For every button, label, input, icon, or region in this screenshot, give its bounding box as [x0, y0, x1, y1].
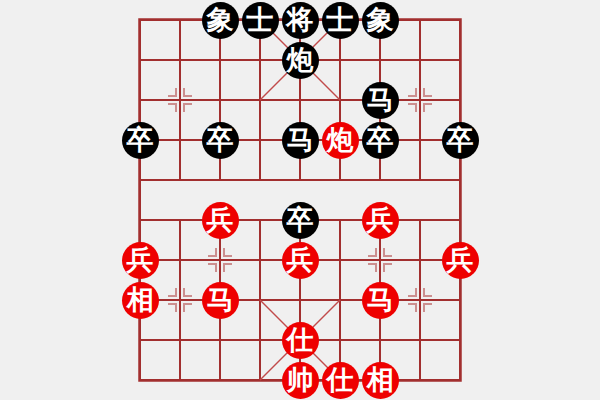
piece-glyph: 士 [247, 7, 274, 34]
piece-red-soldier[interactable]: 兵 [282, 242, 319, 279]
piece-black-cannon[interactable]: 炮 [282, 42, 319, 79]
piece-glyph: 卒 [367, 127, 394, 154]
piece-glyph: 兵 [447, 247, 474, 274]
piece-red-advisor[interactable]: 仕 [282, 322, 319, 359]
piece-black-horse[interactable]: 马 [282, 122, 319, 159]
piece-red-soldier[interactable]: 兵 [122, 242, 159, 279]
piece-glyph: 象 [367, 7, 394, 34]
piece-glyph: 马 [207, 287, 234, 314]
piece-red-horse[interactable]: 马 [362, 282, 399, 319]
piece-red-soldier[interactable]: 兵 [202, 202, 239, 239]
piece-red-elephant[interactable]: 相 [362, 362, 399, 399]
piece-glyph: 相 [127, 287, 154, 314]
piece-glyph: 仕 [287, 327, 314, 354]
piece-glyph: 卒 [447, 127, 474, 154]
piece-black-soldier[interactable]: 卒 [442, 122, 479, 159]
piece-glyph: 卒 [287, 207, 314, 234]
piece-glyph: 兵 [207, 207, 234, 234]
pieces-layer: 象士将士象炮马卒卒马炮卒卒兵卒兵兵兵兵相马马仕帅仕相 [120, 0, 480, 400]
piece-glyph: 象 [207, 7, 234, 34]
piece-black-general[interactable]: 将 [282, 2, 319, 39]
piece-glyph: 马 [367, 87, 394, 114]
piece-black-elephant[interactable]: 象 [362, 2, 399, 39]
xiangqi-board: 象士将士象炮马卒卒马炮卒卒兵卒兵兵兵兵相马马仕帅仕相 [0, 0, 600, 400]
piece-black-soldier[interactable]: 卒 [282, 202, 319, 239]
piece-glyph: 炮 [327, 127, 354, 154]
piece-glyph: 兵 [127, 247, 154, 274]
piece-red-general[interactable]: 帅 [282, 362, 319, 399]
piece-glyph: 士 [327, 7, 354, 34]
piece-black-soldier[interactable]: 卒 [202, 122, 239, 159]
piece-glyph: 将 [287, 7, 314, 34]
piece-red-horse[interactable]: 马 [202, 282, 239, 319]
piece-glyph: 帅 [287, 367, 314, 394]
piece-glyph: 马 [287, 127, 314, 154]
piece-black-advisor[interactable]: 士 [322, 2, 359, 39]
piece-glyph: 卒 [127, 127, 154, 154]
piece-red-advisor[interactable]: 仕 [322, 362, 359, 399]
piece-black-soldier[interactable]: 卒 [362, 122, 399, 159]
piece-black-soldier[interactable]: 卒 [122, 122, 159, 159]
piece-glyph: 马 [367, 287, 394, 314]
piece-glyph: 炮 [287, 47, 314, 74]
piece-glyph: 兵 [367, 207, 394, 234]
piece-red-soldier[interactable]: 兵 [442, 242, 479, 279]
piece-glyph: 卒 [207, 127, 234, 154]
piece-red-elephant[interactable]: 相 [122, 282, 159, 319]
piece-glyph: 兵 [287, 247, 314, 274]
piece-black-horse[interactable]: 马 [362, 82, 399, 119]
piece-red-cannon[interactable]: 炮 [322, 122, 359, 159]
piece-red-soldier[interactable]: 兵 [362, 202, 399, 239]
piece-black-advisor[interactable]: 士 [242, 2, 279, 39]
piece-glyph: 相 [367, 367, 394, 394]
piece-glyph: 仕 [327, 367, 354, 394]
piece-black-elephant[interactable]: 象 [202, 2, 239, 39]
